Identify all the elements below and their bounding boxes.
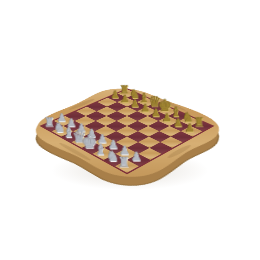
- silver-pawn-glyph: ♟: [130, 151, 141, 163]
- gold-pawn-glyph: ♟: [130, 98, 139, 108]
- gold-pawn-glyph: ♟: [161, 112, 171, 123]
- gold-pawn-glyph: ♟: [110, 89, 119, 99]
- gold-pawn-glyph: ♟: [184, 122, 194, 133]
- gold-pawn-glyph: ♟: [173, 117, 183, 128]
- gold-pawn-glyph: ♟: [140, 103, 150, 114]
- silver-rook-glyph: ♜: [117, 155, 130, 169]
- silver-knight-glyph: ♞: [105, 149, 118, 163]
- product-photo-scene: ♜♞♝♛♚♝♞♜♟♟♟♟♟♟♟♟♟♟♟♟♟♟♟♟♜♞♝♛♚♝♞♜: [0, 0, 260, 260]
- gold-pawn-glyph: ♟: [120, 94, 129, 104]
- gold-pawn-glyph: ♟: [151, 107, 161, 118]
